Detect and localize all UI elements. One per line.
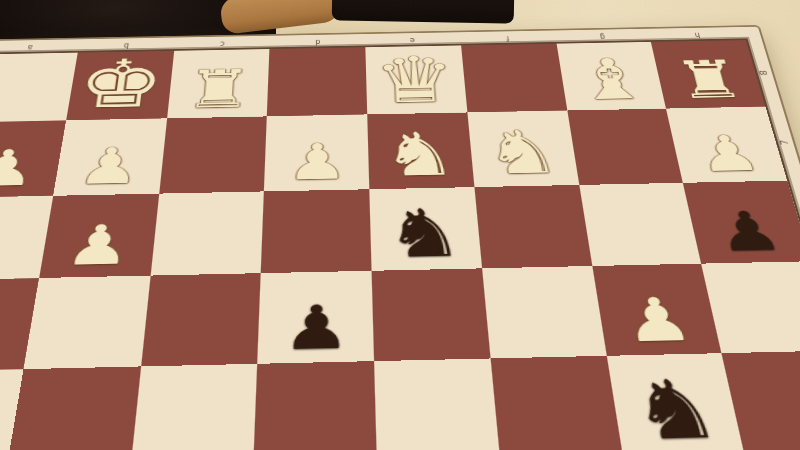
square-d8 bbox=[267, 47, 367, 116]
chess-board: ♚♜♛♝♜♟♟♟♞♞♟♟♞♟♟♟♞♟♟♟♟♟♜♛♝♚ bbox=[0, 40, 800, 450]
square-a8 bbox=[0, 53, 77, 123]
square-f4 bbox=[490, 356, 622, 450]
file-label-top-d: d bbox=[315, 38, 320, 46]
square-b6: ♟ bbox=[39, 193, 159, 278]
rank-label-right-7: 7 bbox=[778, 140, 790, 146]
square-e6: ♞ bbox=[369, 187, 482, 271]
rank-label-right-8: 8 bbox=[758, 70, 770, 75]
file-label-top-e: e bbox=[410, 36, 415, 44]
piece-black-knight-e6: ♞ bbox=[385, 201, 466, 266]
square-e8: ♛ bbox=[365, 45, 467, 114]
piece-white-pawn-g5: ♟ bbox=[619, 292, 697, 350]
square-c5 bbox=[141, 273, 261, 367]
square-e5 bbox=[372, 268, 491, 361]
photo-chess-scene: { "game": "chess", "position": "1KR1Q1BR… bbox=[0, 0, 800, 450]
square-c4 bbox=[130, 364, 258, 450]
square-g5: ♟ bbox=[592, 263, 722, 355]
piece-black-knight-g4: ♞ bbox=[625, 371, 726, 450]
square-g8: ♝ bbox=[556, 42, 666, 111]
square-h6: ♟ bbox=[683, 180, 800, 263]
piece-white-knight-e7: ♞ bbox=[382, 126, 459, 184]
square-e4 bbox=[374, 358, 500, 450]
board-frame: ♚♜♛♝♜♟♟♟♞♞♟♟♞♟♟♟♞♟♟♟♟♟♜♛♝♚ 8877665544332… bbox=[0, 27, 800, 450]
square-g6 bbox=[579, 182, 702, 265]
square-g7 bbox=[567, 109, 683, 185]
piece-white-pawn-a7: ♟ bbox=[0, 144, 41, 193]
chess-board-scene: ♚♜♛♝♜♟♟♟♞♞♟♟♞♟♟♟♞♟♟♟♟♟♜♛♝♚ 8877665544332… bbox=[0, 27, 800, 450]
piece-white-pawn-b7: ♟ bbox=[76, 142, 143, 190]
square-d4 bbox=[254, 361, 377, 450]
square-c8: ♜ bbox=[167, 49, 270, 119]
piece-white-pawn-d7: ♟ bbox=[286, 138, 348, 186]
tan-case bbox=[219, 0, 341, 35]
square-f8 bbox=[461, 44, 567, 113]
piece-black-pawn-h6: ♟ bbox=[711, 206, 787, 259]
piece-white-king-b8: ♚ bbox=[73, 52, 167, 116]
file-label-top-h: h bbox=[693, 31, 700, 38]
square-f6 bbox=[474, 184, 592, 268]
square-g4: ♞ bbox=[606, 353, 744, 450]
square-h7: ♟ bbox=[666, 107, 787, 182]
dark-bag-strip bbox=[332, 0, 515, 24]
square-d7: ♟ bbox=[264, 115, 369, 191]
piece-white-queen-e8: ♛ bbox=[373, 50, 458, 111]
square-f5 bbox=[482, 266, 606, 359]
square-h8: ♜ bbox=[651, 40, 765, 109]
square-b5 bbox=[23, 275, 150, 369]
file-label-top-f: f bbox=[506, 34, 510, 41]
piece-black-pawn-d5: ♟ bbox=[282, 299, 350, 358]
piece-white-knight-f7: ♞ bbox=[483, 124, 564, 182]
square-f7: ♞ bbox=[467, 111, 579, 187]
piece-white-rook-c8: ♜ bbox=[183, 64, 254, 115]
piece-white-bishop-g8: ♝ bbox=[570, 53, 652, 107]
square-b4 bbox=[6, 366, 141, 450]
file-label-top-c: c bbox=[220, 39, 225, 47]
file-label-top-a: a bbox=[27, 43, 34, 51]
piece-white-pawn-b6: ♟ bbox=[63, 219, 134, 272]
square-c7 bbox=[159, 117, 267, 193]
square-b7: ♟ bbox=[53, 119, 167, 196]
square-c6 bbox=[150, 191, 264, 275]
square-d5: ♟ bbox=[257, 270, 374, 363]
file-label-top-g: g bbox=[599, 32, 606, 39]
piece-white-pawn-h7: ♟ bbox=[692, 130, 764, 178]
square-d6 bbox=[261, 189, 372, 273]
square-b8: ♚ bbox=[66, 51, 174, 121]
square-e7: ♞ bbox=[367, 113, 474, 189]
piece-white-rook-h8: ♜ bbox=[670, 55, 749, 105]
